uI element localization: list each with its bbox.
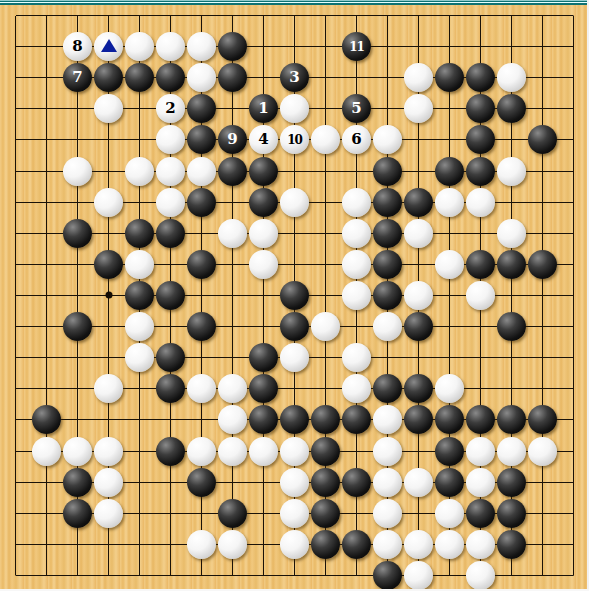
board-cell[interactable]	[372, 467, 403, 498]
board-cell[interactable]	[403, 498, 434, 529]
board-cell[interactable]	[310, 280, 341, 311]
board-cell[interactable]	[93, 467, 124, 498]
board-cell[interactable]	[403, 156, 434, 187]
board-cell[interactable]	[62, 124, 93, 155]
board-cell[interactable]	[310, 218, 341, 249]
board-cell[interactable]	[496, 435, 527, 466]
board-cell[interactable]	[31, 93, 62, 124]
board-cell[interactable]	[310, 93, 341, 124]
board-cell[interactable]	[310, 249, 341, 280]
board-cell[interactable]	[496, 529, 527, 560]
board-cell[interactable]: 2	[155, 93, 186, 124]
board-cell[interactable]	[527, 373, 558, 404]
board-cell[interactable]	[527, 31, 558, 62]
board-cell[interactable]	[372, 156, 403, 187]
board-cell[interactable]	[279, 218, 310, 249]
board-cell[interactable]	[341, 218, 372, 249]
board-cell[interactable]	[527, 342, 558, 373]
board-cell[interactable]	[465, 404, 496, 435]
board-cell[interactable]	[558, 373, 589, 404]
board-cell[interactable]	[62, 93, 93, 124]
board-cell[interactable]	[186, 124, 217, 155]
board-cell[interactable]	[279, 373, 310, 404]
board-cell[interactable]	[496, 560, 527, 591]
board-cell[interactable]	[372, 560, 403, 591]
board-cell[interactable]	[155, 435, 186, 466]
board-cell[interactable]	[0, 280, 31, 311]
board-cell[interactable]	[155, 404, 186, 435]
board-cell[interactable]	[279, 435, 310, 466]
board-cell[interactable]	[558, 342, 589, 373]
board-cell[interactable]	[217, 311, 248, 342]
board-cell[interactable]	[279, 187, 310, 218]
board-cell[interactable]	[434, 93, 465, 124]
board-cell[interactable]	[372, 31, 403, 62]
board-cell[interactable]	[341, 404, 372, 435]
board-cell[interactable]	[155, 156, 186, 187]
board-cell[interactable]	[434, 124, 465, 155]
board-cell[interactable]	[341, 249, 372, 280]
board-cell[interactable]	[217, 218, 248, 249]
board-cell[interactable]	[372, 529, 403, 560]
board-cell[interactable]	[0, 62, 31, 93]
board-cell[interactable]	[465, 373, 496, 404]
board-cell[interactable]	[558, 311, 589, 342]
board-cell[interactable]	[93, 435, 124, 466]
board-cell[interactable]	[62, 529, 93, 560]
board-cell[interactable]	[31, 187, 62, 218]
board-cell[interactable]	[403, 62, 434, 93]
board-cell[interactable]	[279, 467, 310, 498]
board-cell[interactable]	[155, 249, 186, 280]
board-cell[interactable]	[496, 373, 527, 404]
board-cell[interactable]	[93, 342, 124, 373]
board-cell[interactable]	[155, 529, 186, 560]
board-cell[interactable]	[186, 187, 217, 218]
board-cell[interactable]	[217, 467, 248, 498]
board-cell[interactable]	[434, 280, 465, 311]
board-cell[interactable]	[93, 529, 124, 560]
board-cell[interactable]	[248, 311, 279, 342]
board-cell[interactable]	[341, 529, 372, 560]
board-cell[interactable]	[434, 498, 465, 529]
board-cell[interactable]	[0, 156, 31, 187]
board-cell[interactable]	[341, 187, 372, 218]
board-cell[interactable]	[93, 498, 124, 529]
board-cell[interactable]	[0, 124, 31, 155]
board-cell[interactable]	[155, 311, 186, 342]
board-cell[interactable]	[465, 124, 496, 155]
board-cell[interactable]	[0, 560, 31, 591]
board-cell[interactable]	[372, 435, 403, 466]
board-cell[interactable]	[279, 280, 310, 311]
board-cell[interactable]	[279, 311, 310, 342]
board-cell[interactable]	[279, 404, 310, 435]
board-cell[interactable]: 6	[341, 124, 372, 155]
board-cell[interactable]	[248, 498, 279, 529]
board-cell[interactable]	[93, 280, 124, 311]
board-cell[interactable]	[93, 156, 124, 187]
board-cell[interactable]	[31, 373, 62, 404]
board-cell[interactable]	[93, 249, 124, 280]
board-cell[interactable]: 1	[248, 93, 279, 124]
board-cell[interactable]: 7	[62, 62, 93, 93]
board-cell[interactable]	[372, 93, 403, 124]
board-cell[interactable]	[62, 311, 93, 342]
board-cell[interactable]	[434, 311, 465, 342]
board-cell[interactable]	[62, 280, 93, 311]
board-cell[interactable]	[186, 467, 217, 498]
board-cell[interactable]	[279, 529, 310, 560]
board-cell[interactable]: 4	[248, 124, 279, 155]
board-cell[interactable]: 3	[279, 62, 310, 93]
board-cell[interactable]	[0, 467, 31, 498]
board-cell[interactable]	[248, 218, 279, 249]
board-cell[interactable]	[527, 311, 558, 342]
board-cell[interactable]	[341, 62, 372, 93]
board-cell[interactable]	[0, 373, 31, 404]
board-cell[interactable]	[62, 249, 93, 280]
board-cell[interactable]	[465, 249, 496, 280]
board-cell[interactable]	[248, 560, 279, 591]
board-cell[interactable]	[217, 498, 248, 529]
board-cell[interactable]	[124, 311, 155, 342]
board-cell[interactable]	[186, 435, 217, 466]
board-cell[interactable]	[31, 342, 62, 373]
board-cell[interactable]	[93, 93, 124, 124]
board-cell[interactable]	[558, 124, 589, 155]
board-cell[interactable]	[341, 342, 372, 373]
board-cell[interactable]	[403, 529, 434, 560]
board-cell[interactable]	[0, 311, 31, 342]
board-cell[interactable]	[0, 218, 31, 249]
board-cell[interactable]	[496, 124, 527, 155]
board-cell[interactable]	[558, 280, 589, 311]
board-cell[interactable]	[558, 560, 589, 591]
board-cell[interactable]	[527, 124, 558, 155]
board-cell[interactable]	[62, 187, 93, 218]
board-cell[interactable]	[248, 404, 279, 435]
board-cell[interactable]	[372, 311, 403, 342]
board-cell[interactable]	[527, 62, 558, 93]
board-cell[interactable]	[434, 435, 465, 466]
board-cell[interactable]	[124, 31, 155, 62]
board-cell[interactable]	[0, 529, 31, 560]
board-cell[interactable]	[279, 249, 310, 280]
board-cell[interactable]	[31, 124, 62, 155]
board-cell[interactable]	[403, 218, 434, 249]
board-cell[interactable]	[186, 249, 217, 280]
board-cell[interactable]	[403, 435, 434, 466]
board-cell[interactable]	[496, 404, 527, 435]
board-cell[interactable]	[527, 187, 558, 218]
board-cell[interactable]	[403, 31, 434, 62]
board-cell[interactable]	[31, 311, 62, 342]
board-cell[interactable]	[0, 498, 31, 529]
board-cell[interactable]	[248, 156, 279, 187]
board-cell[interactable]	[527, 404, 558, 435]
board-cell[interactable]	[124, 404, 155, 435]
board-cell[interactable]	[124, 560, 155, 591]
board-cell[interactable]	[403, 467, 434, 498]
board-cell[interactable]	[217, 249, 248, 280]
board-cell[interactable]	[124, 467, 155, 498]
board-cell[interactable]	[93, 560, 124, 591]
board-cell[interactable]	[62, 218, 93, 249]
board-cell[interactable]	[217, 529, 248, 560]
board-cell[interactable]	[155, 498, 186, 529]
board-cell[interactable]	[124, 249, 155, 280]
board-cell[interactable]	[465, 93, 496, 124]
board-cell[interactable]	[93, 218, 124, 249]
board-cell[interactable]	[341, 498, 372, 529]
board-cell[interactable]	[465, 498, 496, 529]
board-cell[interactable]	[279, 31, 310, 62]
board-cell[interactable]	[279, 342, 310, 373]
board-cell[interactable]	[217, 373, 248, 404]
board-cell[interactable]	[93, 31, 124, 62]
board-cell[interactable]	[248, 373, 279, 404]
board-cell[interactable]	[186, 280, 217, 311]
board-cell[interactable]	[31, 156, 62, 187]
board-cell[interactable]	[279, 93, 310, 124]
board-cell[interactable]	[558, 529, 589, 560]
board-cell[interactable]	[434, 62, 465, 93]
board-cell[interactable]	[217, 187, 248, 218]
board-cell[interactable]	[403, 342, 434, 373]
board-cell[interactable]	[372, 498, 403, 529]
board-cell[interactable]	[310, 124, 341, 155]
board-cell[interactable]	[186, 560, 217, 591]
board-cell[interactable]	[527, 218, 558, 249]
board-cell[interactable]	[310, 311, 341, 342]
board-cell[interactable]	[403, 187, 434, 218]
board-cell[interactable]	[465, 311, 496, 342]
board-cell[interactable]	[434, 404, 465, 435]
board-cell[interactable]	[465, 31, 496, 62]
board-cell[interactable]	[279, 498, 310, 529]
board-cell[interactable]	[0, 342, 31, 373]
board-cell[interactable]	[217, 280, 248, 311]
board-cell[interactable]	[155, 467, 186, 498]
board-cell[interactable]	[341, 467, 372, 498]
board-cell[interactable]	[186, 404, 217, 435]
board-cell[interactable]	[558, 249, 589, 280]
board-cell[interactable]	[31, 467, 62, 498]
board-cell[interactable]	[62, 342, 93, 373]
board-cell[interactable]	[310, 31, 341, 62]
board-cell[interactable]	[248, 62, 279, 93]
board-cell[interactable]	[310, 342, 341, 373]
board-cell[interactable]	[124, 218, 155, 249]
board-cell[interactable]	[434, 560, 465, 591]
board-cell[interactable]	[465, 187, 496, 218]
board-cell[interactable]	[155, 31, 186, 62]
board-cell[interactable]	[403, 373, 434, 404]
board-cell[interactable]	[341, 156, 372, 187]
board-cell[interactable]	[558, 218, 589, 249]
board-cell[interactable]	[434, 373, 465, 404]
board-cell[interactable]	[124, 342, 155, 373]
board-cell[interactable]	[465, 342, 496, 373]
board-cell[interactable]	[0, 435, 31, 466]
board-cell[interactable]	[403, 249, 434, 280]
board-cell[interactable]	[248, 435, 279, 466]
board-cell[interactable]	[124, 498, 155, 529]
board-cell[interactable]	[558, 31, 589, 62]
board-cell[interactable]	[186, 311, 217, 342]
board-cell[interactable]	[124, 373, 155, 404]
board-cell[interactable]	[0, 187, 31, 218]
board-cell[interactable]	[372, 62, 403, 93]
board-cell[interactable]	[558, 435, 589, 466]
board-cell[interactable]	[558, 187, 589, 218]
board-cell[interactable]	[496, 187, 527, 218]
board-cell[interactable]	[124, 280, 155, 311]
board-cell[interactable]	[496, 342, 527, 373]
board-cell[interactable]	[496, 467, 527, 498]
board-cell[interactable]	[465, 529, 496, 560]
board-cell[interactable]	[527, 435, 558, 466]
board-cell[interactable]	[0, 31, 31, 62]
board-cell[interactable]	[403, 560, 434, 591]
board-cell[interactable]	[372, 373, 403, 404]
board-cell[interactable]	[496, 280, 527, 311]
board-cell[interactable]: 5	[341, 93, 372, 124]
board-cell[interactable]	[434, 249, 465, 280]
board-cell[interactable]	[434, 156, 465, 187]
board-cell[interactable]	[465, 62, 496, 93]
board-cell[interactable]	[465, 218, 496, 249]
board-cell[interactable]	[403, 404, 434, 435]
board-cell[interactable]	[372, 218, 403, 249]
board-cell[interactable]	[434, 31, 465, 62]
board-cell[interactable]: 10	[279, 124, 310, 155]
board-cell[interactable]	[496, 93, 527, 124]
board-cell[interactable]	[217, 156, 248, 187]
board-cell[interactable]	[155, 62, 186, 93]
board-cell[interactable]	[186, 373, 217, 404]
board-cell[interactable]	[155, 280, 186, 311]
board-cell[interactable]	[31, 218, 62, 249]
board-cell[interactable]	[310, 498, 341, 529]
board-cell[interactable]	[403, 93, 434, 124]
board-cell[interactable]	[186, 62, 217, 93]
board-cell[interactable]	[310, 373, 341, 404]
board-cell[interactable]	[155, 218, 186, 249]
board-cell[interactable]	[465, 435, 496, 466]
board-cell[interactable]	[403, 124, 434, 155]
board-cell[interactable]	[465, 560, 496, 591]
board-cell[interactable]	[558, 156, 589, 187]
board-cell[interactable]	[62, 435, 93, 466]
board-cell[interactable]	[93, 404, 124, 435]
board-cell[interactable]	[496, 62, 527, 93]
board-cell[interactable]	[93, 373, 124, 404]
board-cell[interactable]	[341, 435, 372, 466]
board-cell[interactable]	[465, 280, 496, 311]
board-cell[interactable]	[93, 62, 124, 93]
board-cell[interactable]	[434, 529, 465, 560]
board-cell[interactable]	[155, 373, 186, 404]
board-cell[interactable]	[434, 342, 465, 373]
board-cell[interactable]	[465, 467, 496, 498]
board-cell[interactable]	[527, 249, 558, 280]
board-cell[interactable]	[248, 280, 279, 311]
board-cell[interactable]	[0, 93, 31, 124]
board-cell[interactable]	[248, 31, 279, 62]
board-cell[interactable]	[496, 156, 527, 187]
board-cell[interactable]	[186, 342, 217, 373]
board-cell[interactable]	[31, 62, 62, 93]
board-cell[interactable]	[558, 93, 589, 124]
board-cell[interactable]	[527, 280, 558, 311]
board-cell[interactable]	[186, 498, 217, 529]
board-cell[interactable]	[279, 156, 310, 187]
board-cell[interactable]	[341, 311, 372, 342]
board-cell[interactable]	[31, 249, 62, 280]
board-cell[interactable]	[496, 31, 527, 62]
board-cell[interactable]	[124, 435, 155, 466]
board-cell[interactable]	[124, 62, 155, 93]
board-cell[interactable]	[558, 467, 589, 498]
board-cell[interactable]	[558, 62, 589, 93]
board-cell[interactable]	[186, 93, 217, 124]
board-cell[interactable]	[124, 124, 155, 155]
board-cell[interactable]	[434, 218, 465, 249]
board-cell[interactable]	[310, 156, 341, 187]
board-cell[interactable]	[0, 249, 31, 280]
board-cell[interactable]	[372, 187, 403, 218]
board-cell[interactable]	[124, 187, 155, 218]
board-cell[interactable]	[310, 62, 341, 93]
board-cell[interactable]	[310, 560, 341, 591]
board-cell[interactable]	[62, 156, 93, 187]
board-cell[interactable]	[527, 498, 558, 529]
board-cell[interactable]	[155, 124, 186, 155]
board-cell[interactable]	[31, 560, 62, 591]
board-cell[interactable]	[217, 31, 248, 62]
board-cell[interactable]	[0, 404, 31, 435]
board-cell[interactable]	[248, 467, 279, 498]
board-cell[interactable]	[31, 529, 62, 560]
board-cell[interactable]	[62, 560, 93, 591]
board-cell[interactable]	[496, 311, 527, 342]
board-cell[interactable]	[155, 560, 186, 591]
board-cell[interactable]	[372, 280, 403, 311]
board-cell[interactable]	[372, 342, 403, 373]
board-cell[interactable]	[31, 404, 62, 435]
board-cell[interactable]	[62, 373, 93, 404]
board-cell[interactable]	[310, 187, 341, 218]
board-cell[interactable]: 9	[217, 124, 248, 155]
board-cell[interactable]	[217, 560, 248, 591]
board-cell[interactable]	[93, 124, 124, 155]
board-cell[interactable]	[124, 529, 155, 560]
board-cell[interactable]	[496, 218, 527, 249]
board-cell[interactable]	[403, 280, 434, 311]
board-cell[interactable]	[310, 404, 341, 435]
board-cell[interactable]	[93, 187, 124, 218]
board-cell[interactable]	[341, 560, 372, 591]
board-cell[interactable]	[279, 560, 310, 591]
board-cell[interactable]	[403, 311, 434, 342]
board-cell[interactable]	[186, 218, 217, 249]
board-cell[interactable]	[93, 311, 124, 342]
board-cell[interactable]	[62, 467, 93, 498]
board-cell[interactable]	[186, 529, 217, 560]
board-cell[interactable]	[248, 249, 279, 280]
